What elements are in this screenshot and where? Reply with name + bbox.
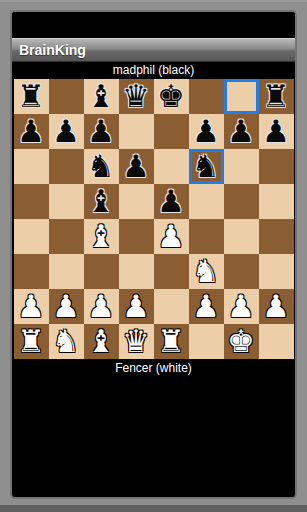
square-b8[interactable] [49,79,84,114]
piece-black-king: ♚ [157,79,185,114]
square-h5[interactable] [259,184,294,219]
piece-black-rook: ♜ [17,79,45,114]
chess-board: ♜♝♛♚♜♟♟♟♟♟♟♞♟♞♝♟♝♟♞♟♟♟♟♟♟♟♜♞♝♛♜♚ [14,79,294,359]
piece-black-pawn: ♟ [192,114,220,149]
square-a8[interactable]: ♜ [14,79,49,114]
square-c6[interactable]: ♞ [84,149,119,184]
piece-white-pawn: ♟ [227,289,255,324]
player-label-black: madphil (black) [12,62,295,79]
square-b1[interactable]: ♞ [49,324,84,359]
piece-white-rook: ♜ [157,324,185,359]
square-a3[interactable] [14,254,49,289]
square-a6[interactable] [14,149,49,184]
square-c8[interactable]: ♝ [84,79,119,114]
app-frame: BrainKing madphil (black) ♜♝♛♚♜♟♟♟♟♟♟♞♟♞… [0,0,307,512]
piece-black-bishop: ♝ [87,79,115,114]
square-g3[interactable] [224,254,259,289]
square-d5[interactable] [119,184,154,219]
square-e8[interactable]: ♚ [154,79,189,114]
square-f8[interactable] [189,79,224,114]
square-e4[interactable]: ♟ [154,219,189,254]
piece-black-pawn: ♟ [52,114,80,149]
square-c1[interactable]: ♝ [84,324,119,359]
piece-black-knight: ♞ [87,149,115,184]
square-d4[interactable] [119,219,154,254]
square-d3[interactable] [119,254,154,289]
square-c5[interactable]: ♝ [84,184,119,219]
square-c2[interactable]: ♟ [84,289,119,324]
square-a5[interactable] [14,184,49,219]
square-h7[interactable]: ♟ [259,114,294,149]
piece-white-knight: ♞ [192,254,220,289]
square-b6[interactable] [49,149,84,184]
square-b5[interactable] [49,184,84,219]
piece-white-pawn: ♟ [192,289,220,324]
piece-white-bishop: ♝ [87,219,115,254]
square-c7[interactable]: ♟ [84,114,119,149]
square-f5[interactable] [189,184,224,219]
square-c3[interactable] [84,254,119,289]
piece-black-pawn: ♟ [17,114,45,149]
square-f1[interactable] [189,324,224,359]
piece-black-pawn: ♟ [227,114,255,149]
square-g7[interactable]: ♟ [224,114,259,149]
piece-white-bishop: ♝ [87,324,115,359]
piece-black-knight: ♞ [192,149,220,184]
piece-white-pawn: ♟ [262,289,290,324]
square-b3[interactable] [49,254,84,289]
square-f4[interactable] [189,219,224,254]
piece-black-pawn: ♟ [122,149,150,184]
piece-black-pawn: ♟ [262,114,290,149]
square-e5[interactable]: ♟ [154,184,189,219]
square-f2[interactable]: ♟ [189,289,224,324]
square-d2[interactable]: ♟ [119,289,154,324]
square-g4[interactable] [224,219,259,254]
square-f7[interactable]: ♟ [189,114,224,149]
piece-white-pawn: ♟ [122,289,150,324]
piece-white-knight: ♞ [52,324,80,359]
square-h2[interactable]: ♟ [259,289,294,324]
square-g5[interactable] [224,184,259,219]
square-b7[interactable]: ♟ [49,114,84,149]
app-title: BrainKing [19,42,86,58]
piece-white-pawn: ♟ [52,289,80,324]
square-h8[interactable]: ♜ [259,79,294,114]
square-e1[interactable]: ♜ [154,324,189,359]
square-h1[interactable] [259,324,294,359]
square-g6[interactable] [224,149,259,184]
square-g8[interactable] [224,79,259,114]
square-a4[interactable] [14,219,49,254]
square-b2[interactable]: ♟ [49,289,84,324]
square-d7[interactable] [119,114,154,149]
square-f3[interactable]: ♞ [189,254,224,289]
square-f6[interactable]: ♞ [189,149,224,184]
piece-white-pawn: ♟ [157,219,185,254]
square-d1[interactable]: ♛ [119,324,154,359]
square-a1[interactable]: ♜ [14,324,49,359]
piece-white-pawn: ♟ [17,289,45,324]
status-bar [12,12,295,38]
square-h3[interactable] [259,254,294,289]
square-g2[interactable]: ♟ [224,289,259,324]
piece-black-bishop: ♝ [87,184,115,219]
square-d6[interactable]: ♟ [119,149,154,184]
piece-black-queen: ♛ [122,79,150,114]
square-e2[interactable] [154,289,189,324]
piece-white-queen: ♛ [122,324,150,359]
square-e6[interactable] [154,149,189,184]
square-h6[interactable] [259,149,294,184]
square-g1[interactable]: ♚ [224,324,259,359]
square-h4[interactable] [259,219,294,254]
square-e7[interactable] [154,114,189,149]
app-screen: BrainKing madphil (black) ♜♝♛♚♜♟♟♟♟♟♟♞♟♞… [12,12,295,497]
player-label-white: Fencer (white) [12,359,295,379]
piece-black-pawn: ♟ [157,184,185,219]
piece-white-king: ♚ [227,324,255,359]
piece-black-pawn: ♟ [87,114,115,149]
piece-white-rook: ♜ [17,324,45,359]
square-a2[interactable]: ♟ [14,289,49,324]
square-c4[interactable]: ♝ [84,219,119,254]
square-a7[interactable]: ♟ [14,114,49,149]
piece-black-rook: ♜ [262,79,290,114]
square-b4[interactable] [49,219,84,254]
piece-white-pawn: ♟ [87,289,115,324]
title-bar: BrainKing [12,38,295,62]
square-d8[interactable]: ♛ [119,79,154,114]
square-e3[interactable] [154,254,189,289]
